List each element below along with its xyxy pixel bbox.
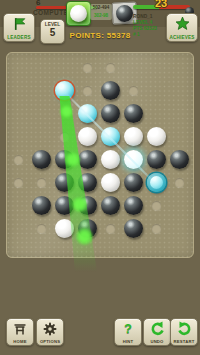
undo-arrow-icon <box>144 321 170 336</box>
board-cell-r2c4[interactable] <box>99 102 122 125</box>
white-marble-icon <box>70 5 87 22</box>
board-cell-r0c7[interactable] <box>168 56 191 79</box>
player-score: 23 <box>155 0 167 9</box>
board-cell-r4c6[interactable] <box>145 148 168 171</box>
black-marble-icon <box>116 4 134 22</box>
beam-glow-blob <box>65 152 80 167</box>
board-cell-r3c6[interactable] <box>145 125 168 148</box>
board-hole[interactable] <box>106 63 115 72</box>
beam-glow-blob <box>76 228 93 245</box>
home-gate-icon <box>7 321 33 336</box>
board-cell-r6c0[interactable] <box>7 194 30 217</box>
mini-score-display: 502-494 302-98 <box>90 4 112 20</box>
board-cell-r6c5[interactable] <box>122 194 145 217</box>
marble-white[interactable] <box>101 150 120 169</box>
board-cell-r1c4[interactable] <box>99 79 122 102</box>
undo-label: UNDO <box>144 339 170 344</box>
game-screen: 6 COMPUTER LEADERS LEVEL 5 502-494 302-9… <box>0 0 200 355</box>
board-cell-r0c5[interactable] <box>122 56 145 79</box>
board-hole[interactable] <box>37 178 46 187</box>
hint-label: HINT <box>115 339 141 344</box>
board-cell-r3c7[interactable] <box>168 125 191 148</box>
aim-beam-core <box>56 96 102 272</box>
restart-label: RESTART <box>171 339 197 344</box>
board-cell-r2c7[interactable] <box>168 102 191 125</box>
board-cell-r2c5[interactable] <box>122 102 145 125</box>
marble-black[interactable] <box>32 196 51 215</box>
board-cell-r0c1[interactable] <box>30 56 53 79</box>
board-cell-r5c5[interactable] <box>122 171 145 194</box>
board-hole[interactable] <box>14 155 23 164</box>
board-hole[interactable] <box>175 178 184 187</box>
board-cell-r1c1[interactable] <box>30 79 53 102</box>
undo-button[interactable]: UNDO <box>143 318 171 346</box>
home-button[interactable]: HOME <box>6 318 34 346</box>
board-cell-r2c1[interactable] <box>30 102 53 125</box>
board-cell-r6c6[interactable] <box>145 194 168 217</box>
restart-arrow-icon <box>171 321 197 336</box>
white-turn-indicator[interactable] <box>66 1 91 26</box>
board-cell-r7c1[interactable] <box>30 217 53 240</box>
board-cell-r0c2[interactable] <box>53 56 76 79</box>
board-cell-r1c6[interactable] <box>145 79 168 102</box>
hint-button[interactable]: ? HINT <box>114 318 142 346</box>
board-cell-r2c6[interactable] <box>145 102 168 125</box>
aim-beam <box>56 96 102 272</box>
board-cell-r5c1[interactable] <box>30 171 53 194</box>
board-cell-r4c1[interactable] <box>30 148 53 171</box>
board-cell-r7c5[interactable] <box>122 217 145 240</box>
points-readout: POINTS: 55378 <box>0 31 200 40</box>
marble-white[interactable] <box>101 173 120 192</box>
board-cell-r7c7[interactable] <box>168 217 191 240</box>
board-cell-r7c0[interactable] <box>7 217 30 240</box>
board-cell-r4c7[interactable] <box>168 148 191 171</box>
marble-black[interactable] <box>101 104 120 123</box>
marble-black[interactable] <box>124 104 143 123</box>
marble-black[interactable] <box>124 219 143 238</box>
board-hole[interactable] <box>152 224 161 233</box>
board-hole[interactable] <box>106 224 115 233</box>
board-cell-r1c0[interactable] <box>7 79 30 102</box>
home-label: HOME <box>7 339 33 344</box>
board-cell-r2c0[interactable] <box>7 102 30 125</box>
board-hole[interactable] <box>83 86 92 95</box>
board-hole[interactable] <box>14 178 23 187</box>
board-cell-r6c1[interactable] <box>30 194 53 217</box>
mini-score-row2: 302-98 <box>90 12 112 20</box>
marble-black[interactable] <box>124 196 143 215</box>
marble-black[interactable] <box>32 150 51 169</box>
gear-icon <box>37 321 63 336</box>
marble-white[interactable] <box>124 127 143 146</box>
marble-white[interactable] <box>147 127 166 146</box>
board-cell-r0c0[interactable] <box>7 56 30 79</box>
marble-black[interactable] <box>147 150 166 169</box>
question-mark-icon: ? <box>124 322 132 335</box>
marble-black[interactable] <box>101 81 120 100</box>
board-cell-r3c1[interactable] <box>30 125 53 148</box>
board-cell-r3c5[interactable] <box>122 125 145 148</box>
marble-black[interactable] <box>101 196 120 215</box>
beam-glow-blob <box>72 197 87 212</box>
board-cell-r0c3[interactable] <box>76 56 99 79</box>
beam-glow-blob <box>60 105 73 118</box>
board-cell-r6c7[interactable] <box>168 194 191 217</box>
board-cell-r6c4[interactable] <box>99 194 122 217</box>
marble-black[interactable] <box>170 150 189 169</box>
board-hole[interactable] <box>152 201 161 210</box>
board-cell-r7c4[interactable] <box>99 217 122 240</box>
board-cell-r1c7[interactable] <box>168 79 191 102</box>
options-button[interactable]: OPTIONS <box>36 318 64 346</box>
marble-black[interactable] <box>124 173 143 192</box>
board-cell-r7c6[interactable] <box>145 217 168 240</box>
board-cell-r0c4[interactable] <box>99 56 122 79</box>
board-hole[interactable] <box>83 63 92 72</box>
mini-score-row1: 502-494 <box>90 4 112 12</box>
restart-button[interactable]: RESTART <box>170 318 198 346</box>
board-cell-r4c0[interactable] <box>7 148 30 171</box>
board-hole[interactable] <box>37 224 46 233</box>
board-cell-r4c4[interactable] <box>99 148 122 171</box>
options-label: OPTIONS <box>37 339 63 344</box>
board-cell-r0c6[interactable] <box>145 56 168 79</box>
board-cell-r1c5[interactable] <box>122 79 145 102</box>
board-hole[interactable] <box>129 86 138 95</box>
board-cell-r3c0[interactable] <box>7 125 30 148</box>
board-cell-r5c0[interactable] <box>7 171 30 194</box>
board-cell-r5c4[interactable] <box>99 171 122 194</box>
board-cell-r5c7[interactable] <box>168 171 191 194</box>
